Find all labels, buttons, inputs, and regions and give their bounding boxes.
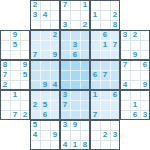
given-digit-r9c11: 6 — [110, 90, 120, 100]
given-digit-r13c5: 9 — [50, 130, 60, 140]
empty-cell-r12c5[interactable] — [50, 120, 60, 130]
empty-cell-r11c6[interactable] — [60, 110, 70, 120]
empty-cell-r0c7[interactable] — [70, 0, 80, 10]
empty-cell-r8c11[interactable] — [110, 80, 120, 90]
empty-cell-r3c4[interactable] — [40, 30, 50, 40]
empty-cell-r6c10[interactable] — [100, 60, 110, 70]
empty-cell-r6c9[interactable] — [90, 60, 100, 70]
empty-cell-r5c6[interactable] — [60, 50, 70, 60]
given-digit-r14c8: 8 — [80, 140, 90, 150]
given-digit-r11c14: 3 — [140, 110, 150, 120]
given-digit-r5c13: 9 — [130, 50, 140, 60]
empty-cell-r8c2[interactable] — [20, 80, 30, 90]
empty-cell-r7c1[interactable] — [10, 70, 20, 80]
given-digit-r7c0: 7 — [0, 70, 10, 80]
empty-cell-r8c10[interactable] — [100, 80, 110, 90]
empty-cell-r7c11[interactable] — [110, 70, 120, 80]
given-digit-r5c5: 9 — [50, 50, 60, 60]
empty-cell-r3c0[interactable] — [0, 30, 10, 40]
empty-cell-r9c3[interactable] — [30, 90, 40, 100]
given-digit-r10c3: 2 — [30, 100, 40, 110]
given-digit-r12c6: 3 — [60, 120, 70, 130]
empty-cell-r8c6[interactable] — [60, 80, 70, 90]
empty-cell-r11c0[interactable] — [0, 110, 10, 120]
given-digit-r11c1: 7 — [10, 110, 20, 120]
given-digit-r4c7: 3 — [70, 40, 80, 50]
given-digit-r5c3: 7 — [30, 50, 40, 60]
empty-cell-r1c10[interactable] — [100, 10, 110, 20]
empty-cell-r12c4[interactable] — [40, 120, 50, 130]
empty-cell-r9c12[interactable] — [120, 90, 130, 100]
empty-cell-r4c14[interactable] — [140, 40, 150, 50]
empty-cell-r4c8[interactable] — [80, 40, 90, 50]
empty-cell-r12c10[interactable] — [100, 120, 110, 130]
empty-cell-r5c11[interactable] — [110, 50, 120, 60]
empty-cell-r5c2[interactable] — [20, 50, 30, 60]
empty-cell-r6c7[interactable] — [70, 60, 80, 70]
empty-cell-r1c6[interactable] — [60, 10, 70, 20]
empty-cell-r5c9[interactable] — [90, 50, 100, 60]
given-digit-r13c3: 4 — [30, 130, 40, 140]
given-digit-r9c6: 3 — [60, 90, 70, 100]
empty-cell-r11c11[interactable] — [110, 110, 120, 120]
given-digit-r12c3: 5 — [30, 120, 40, 130]
empty-cell-r7c13[interactable] — [130, 70, 140, 80]
empty-cell-r12c9[interactable] — [90, 120, 100, 130]
empty-cell-r7c7[interactable] — [70, 70, 80, 80]
given-digit-r10c6: 7 — [60, 100, 70, 110]
given-digit-r7c9: 6 — [90, 70, 100, 80]
given-digit-r4c10: 1 — [100, 40, 110, 50]
empty-cell-r12c8[interactable] — [80, 120, 90, 130]
empty-cell-r8c9[interactable] — [90, 80, 100, 90]
empty-cell-r6c11[interactable] — [110, 60, 120, 70]
given-digit-r11c2: 2 — [20, 110, 30, 120]
empty-cell-r3c7[interactable] — [70, 30, 80, 40]
empty-cell-r7c14[interactable] — [140, 70, 150, 80]
empty-cell-r9c8[interactable] — [80, 90, 90, 100]
given-digit-r7c10: 7 — [100, 70, 110, 80]
empty-cell-r7c5[interactable] — [50, 70, 60, 80]
given-digit-r8c5: 4 — [50, 80, 60, 90]
empty-cell-r3c8[interactable] — [80, 30, 90, 40]
empty-cell-r3c2[interactable] — [20, 30, 30, 40]
empty-cell-r13c9[interactable] — [90, 130, 100, 140]
given-digit-r1c11: 2 — [110, 10, 120, 20]
empty-cell-r6c1[interactable] — [10, 60, 20, 70]
empty-cell-r2c9[interactable] — [90, 20, 100, 30]
empty-cell-r7c4[interactable] — [40, 70, 50, 80]
empty-cell-r8c1[interactable] — [10, 80, 20, 90]
empty-cell-r5c0[interactable] — [0, 50, 10, 60]
empty-cell-r10c1[interactable] — [10, 100, 20, 110]
empty-cell-r3c9[interactable] — [90, 30, 100, 40]
empty-cell-r10c12[interactable] — [120, 100, 130, 110]
empty-cell-r4c0[interactable] — [0, 40, 10, 50]
empty-cell-r9c5[interactable] — [50, 90, 60, 100]
empty-cell-r6c6[interactable] — [60, 60, 70, 70]
given-digit-r6c14: 6 — [140, 60, 150, 70]
empty-cell-r6c4[interactable] — [40, 60, 50, 70]
empty-cell-r4c9[interactable] — [90, 40, 100, 50]
empty-cell-r8c13[interactable] — [130, 80, 140, 90]
empty-cell-r7c12[interactable] — [120, 70, 130, 80]
given-digit-r8c0: 2 — [0, 80, 10, 90]
empty-cell-r8c8[interactable] — [80, 80, 90, 90]
empty-cell-r0c9[interactable] — [90, 0, 100, 10]
empty-cell-r2c3[interactable] — [30, 20, 40, 30]
empty-cell-r5c14[interactable] — [140, 50, 150, 60]
given-digit-r0c3: 2 — [30, 0, 40, 10]
empty-cell-r5c8[interactable] — [80, 50, 90, 60]
empty-cell-r2c7[interactable] — [70, 20, 80, 30]
empty-cell-r14c10[interactable] — [100, 140, 110, 150]
given-digit-r6c12: 7 — [120, 60, 130, 70]
empty-cell-r10c10[interactable] — [100, 100, 110, 110]
empty-cell-r9c14[interactable] — [140, 90, 150, 100]
given-digit-r3c5: 2 — [50, 30, 60, 40]
empty-cell-r10c7[interactable] — [70, 100, 80, 110]
given-digit-r3c12: 3 — [120, 30, 130, 40]
empty-cell-r1c7[interactable] — [70, 10, 80, 20]
empty-cell-r3c11[interactable] — [110, 30, 120, 40]
empty-cell-r5c12[interactable] — [120, 50, 130, 60]
empty-cell-r10c11[interactable] — [110, 100, 120, 110]
empty-cell-r8c7[interactable] — [70, 80, 80, 90]
empty-cell-r9c13[interactable] — [130, 90, 140, 100]
empty-cell-r4c12[interactable] — [120, 40, 130, 50]
given-digit-r8c4: 9 — [40, 80, 50, 90]
empty-cell-r9c10[interactable] — [100, 90, 110, 100]
empty-cell-r9c0[interactable] — [0, 90, 10, 100]
empty-cell-r14c4[interactable] — [40, 140, 50, 150]
given-digit-r11c9: 7 — [90, 110, 100, 120]
empty-cell-r11c5[interactable] — [50, 110, 60, 120]
empty-cell-r0c4[interactable] — [40, 0, 50, 10]
empty-cell-r3c14[interactable] — [140, 30, 150, 40]
empty-cell-r10c14[interactable] — [140, 100, 150, 110]
empty-cell-r3c6[interactable] — [60, 30, 70, 40]
given-digit-r1c4: 4 — [40, 10, 50, 20]
given-digit-r11c13: 6 — [130, 110, 140, 120]
given-digit-r9c9: 1 — [90, 90, 100, 100]
given-digit-r10c4: 5 — [40, 100, 50, 110]
empty-cell-r13c4[interactable] — [40, 130, 50, 140]
empty-cell-r6c3[interactable] — [30, 60, 40, 70]
given-digit-r8c12: 4 — [120, 80, 130, 90]
empty-cell-r14c9[interactable] — [90, 140, 100, 150]
empty-cell-r13c7[interactable] — [70, 130, 80, 140]
empty-cell-r7c8[interactable] — [80, 70, 90, 80]
empty-cell-r11c7[interactable] — [70, 110, 80, 120]
given-digit-r4c11: 7 — [110, 40, 120, 50]
empty-cell-r14c11[interactable] — [110, 140, 120, 150]
sudoku-board: 2713412328926325317796989767567294491316… — [0, 0, 150, 150]
empty-cell-r14c5[interactable] — [50, 140, 60, 150]
empty-cell-r4c6[interactable] — [60, 40, 70, 50]
empty-cell-r4c3[interactable] — [30, 40, 40, 50]
empty-cell-r9c7[interactable] — [70, 90, 80, 100]
empty-cell-r4c13[interactable] — [130, 40, 140, 50]
empty-cell-r3c3[interactable] — [30, 30, 40, 40]
given-digit-r10c13: 1 — [130, 100, 140, 110]
given-digit-r2c8: 2 — [80, 20, 90, 30]
given-digit-r2c6: 3 — [60, 20, 70, 30]
empty-cell-r6c8[interactable] — [80, 60, 90, 70]
given-digit-r2c11: 8 — [110, 20, 120, 30]
empty-cell-r8c3[interactable] — [30, 80, 40, 90]
given-digit-r5c7: 6 — [70, 50, 80, 60]
empty-cell-r0c10[interactable] — [100, 0, 110, 10]
given-digit-r7c2: 5 — [20, 70, 30, 80]
empty-cell-r1c8[interactable] — [80, 10, 90, 20]
given-digit-r13c11: 3 — [110, 130, 120, 140]
given-digit-r12c7: 9 — [70, 120, 80, 130]
empty-cell-r5c1[interactable] — [10, 50, 20, 60]
empty-cell-r5c4[interactable] — [40, 50, 50, 60]
empty-cell-r4c4[interactable] — [40, 40, 50, 50]
given-digit-r14c6: 4 — [60, 140, 70, 150]
given-digit-r0c8: 1 — [80, 0, 90, 10]
given-digit-r9c1: 1 — [10, 90, 20, 100]
empty-cell-r9c2[interactable] — [20, 90, 30, 100]
empty-cell-r11c12[interactable] — [120, 110, 130, 120]
empty-cell-r10c5[interactable] — [50, 100, 60, 110]
empty-cell-r4c5[interactable] — [50, 40, 60, 50]
empty-cell-r14c3[interactable] — [30, 140, 40, 150]
given-digit-r1c3: 3 — [30, 10, 40, 20]
empty-cell-r11c10[interactable] — [100, 110, 110, 120]
empty-cell-r2c5[interactable] — [50, 20, 60, 30]
given-digit-r14c7: 1 — [70, 140, 80, 150]
empty-cell-r7c3[interactable] — [30, 70, 40, 80]
empty-cell-r1c5[interactable] — [50, 10, 60, 20]
empty-cell-r4c2[interactable] — [20, 40, 30, 50]
empty-cell-r10c8[interactable] — [80, 100, 90, 110]
given-digit-r6c2: 9 — [20, 60, 30, 70]
empty-cell-r6c5[interactable] — [50, 60, 60, 70]
empty-cell-r11c8[interactable] — [80, 110, 90, 120]
given-digit-r8c14: 9 — [140, 80, 150, 90]
empty-cell-r13c8[interactable] — [80, 130, 90, 140]
given-digit-r0c6: 7 — [60, 0, 70, 10]
empty-cell-r0c11[interactable] — [110, 0, 120, 10]
empty-cell-r12c11[interactable] — [110, 120, 120, 130]
given-digit-r11c4: 6 — [40, 110, 50, 120]
empty-cell-r10c0[interactable] — [0, 100, 10, 110]
empty-cell-r9c4[interactable] — [40, 90, 50, 100]
given-digit-r3c13: 2 — [130, 30, 140, 40]
given-digit-r6c0: 8 — [0, 60, 10, 70]
empty-cell-r10c9[interactable] — [90, 100, 100, 110]
given-digit-r3c10: 6 — [100, 30, 110, 40]
empty-cell-r6c13[interactable] — [130, 60, 140, 70]
given-digit-r4c1: 5 — [10, 40, 20, 50]
empty-cell-r2c4[interactable] — [40, 20, 50, 30]
empty-cell-r0c5[interactable] — [50, 0, 60, 10]
empty-cell-r2c10[interactable] — [100, 20, 110, 30]
empty-cell-r7c6[interactable] — [60, 70, 70, 80]
given-digit-r3c1: 9 — [10, 30, 20, 40]
empty-cell-r11c3[interactable] — [30, 110, 40, 120]
given-digit-r1c9: 1 — [90, 10, 100, 20]
given-digit-r13c10: 2 — [100, 130, 110, 140]
empty-cell-r13c6[interactable] — [60, 130, 70, 140]
empty-cell-r5c10[interactable] — [100, 50, 110, 60]
empty-cell-r10c2[interactable] — [20, 100, 30, 110]
